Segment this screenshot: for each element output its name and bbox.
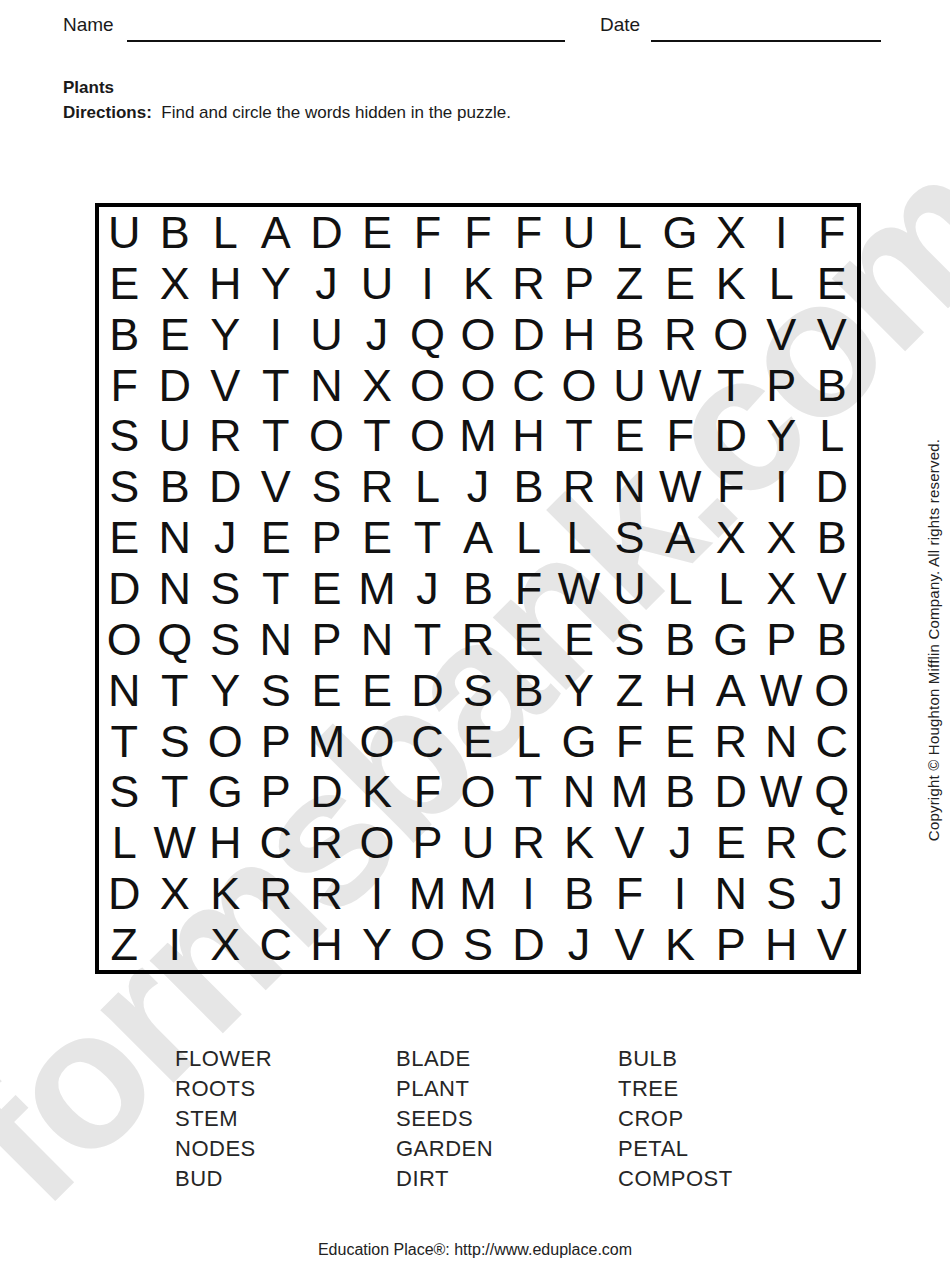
grid-cell[interactable]: Q — [806, 767, 857, 818]
grid-cell[interactable]: O — [453, 360, 504, 411]
grid-cell[interactable]: J — [352, 309, 403, 360]
grid-cell[interactable]: T — [503, 767, 554, 818]
grid-cell[interactable]: L — [756, 258, 807, 309]
grid-cell[interactable]: X — [756, 512, 807, 563]
grid-cell[interactable]: E — [99, 512, 150, 563]
grid-cell[interactable]: B — [806, 512, 857, 563]
grid-cell[interactable]: R — [301, 868, 352, 919]
grid-cell[interactable]: M — [402, 868, 453, 919]
grid-cell[interactable]: P — [705, 919, 756, 970]
grid-cell[interactable]: R — [655, 309, 706, 360]
grid-cell[interactable]: Z — [604, 258, 655, 309]
grid-cell[interactable]: O — [554, 360, 605, 411]
grid-cell[interactable]: P — [554, 258, 605, 309]
grid-cell[interactable]: F — [806, 207, 857, 258]
grid-cell[interactable]: P — [251, 767, 302, 818]
grid-cell[interactable]: R — [251, 868, 302, 919]
grid-cell[interactable]: L — [604, 207, 655, 258]
grid-cell[interactable]: V — [604, 919, 655, 970]
grid-cell[interactable]: P — [301, 512, 352, 563]
grid-cell[interactable]: B — [150, 207, 201, 258]
word-list-item: CROP — [618, 1104, 838, 1134]
grid-cell[interactable]: R — [756, 817, 807, 868]
grid-cell[interactable]: J — [301, 258, 352, 309]
grid-cell[interactable]: E — [150, 309, 201, 360]
grid-cell[interactable]: S — [604, 512, 655, 563]
word-list-item: TREE — [618, 1074, 838, 1104]
grid-cell[interactable]: G — [554, 716, 605, 767]
grid-cell[interactable]: E — [806, 258, 857, 309]
grid-cell[interactable]: W — [655, 360, 706, 411]
puzzle-title: Plants — [63, 78, 114, 98]
grid-cell[interactable]: D — [402, 665, 453, 716]
grid-cell[interactable]: H — [756, 919, 807, 970]
grid-cell[interactable]: C — [251, 817, 302, 868]
grid-cell[interactable]: D — [150, 360, 201, 411]
grid-cell[interactable]: R — [554, 461, 605, 512]
name-label: Name — [63, 14, 114, 36]
grid-cell[interactable]: V — [604, 817, 655, 868]
grid-cell[interactable]: P — [756, 614, 807, 665]
grid-cell[interactable]: E — [655, 716, 706, 767]
grid-cell[interactable]: E — [352, 207, 403, 258]
grid-cell[interactable]: S — [604, 614, 655, 665]
grid-cell[interactable]: D — [503, 309, 554, 360]
grid-cell[interactable]: Q — [402, 309, 453, 360]
grid-cell[interactable]: N — [150, 512, 201, 563]
grid-cell[interactable]: M — [453, 410, 504, 461]
grid-cell[interactable]: Y — [352, 919, 403, 970]
grid-cell[interactable]: S — [453, 919, 504, 970]
grid-cell[interactable]: L — [99, 817, 150, 868]
grid-cell[interactable]: W — [756, 767, 807, 818]
grid-cell[interactable]: F — [604, 868, 655, 919]
grid-cell[interactable]: U — [604, 360, 655, 411]
grid-cell[interactable]: Y — [554, 665, 605, 716]
grid-cell[interactable]: T — [352, 410, 403, 461]
grid-cell[interactable]: E — [453, 716, 504, 767]
grid-cell[interactable]: N — [604, 461, 655, 512]
grid-cell[interactable]: N — [554, 767, 605, 818]
grid-cell[interactable]: L — [200, 207, 251, 258]
grid-cell[interactable]: B — [806, 614, 857, 665]
grid-cell[interactable]: J — [200, 512, 251, 563]
date-field[interactable] — [651, 16, 881, 42]
word-list-item: DIRT — [396, 1164, 618, 1194]
grid-cell[interactable]: V — [756, 309, 807, 360]
grid-cell[interactable]: U — [352, 258, 403, 309]
grid-cell[interactable]: E — [604, 410, 655, 461]
grid-cell[interactable]: R — [453, 614, 504, 665]
grid-cell[interactable]: D — [705, 410, 756, 461]
grid-cell[interactable]: N — [756, 716, 807, 767]
grid-cell[interactable]: D — [301, 207, 352, 258]
grid-cell[interactable]: I — [352, 868, 403, 919]
grid-cell[interactable]: B — [503, 665, 554, 716]
grid-cell[interactable]: X — [150, 868, 201, 919]
grid-cell[interactable]: Y — [200, 309, 251, 360]
grid-cell[interactable]: T — [402, 512, 453, 563]
grid-cell[interactable]: N — [150, 563, 201, 614]
grid-cell[interactable]: S — [756, 868, 807, 919]
grid-cell[interactable]: G — [705, 614, 756, 665]
grid-cell[interactable]: T — [251, 410, 302, 461]
grid-cell[interactable]: L — [402, 461, 453, 512]
grid-cell[interactable]: S — [200, 563, 251, 614]
grid-cell[interactable]: Q — [150, 614, 201, 665]
grid-cell[interactable]: F — [705, 461, 756, 512]
grid-cell[interactable]: I — [402, 258, 453, 309]
grid-cell[interactable]: T — [554, 410, 605, 461]
word-list-item: PETAL — [618, 1134, 838, 1164]
grid-cell[interactable]: E — [352, 665, 403, 716]
grid-cell[interactable]: H — [301, 919, 352, 970]
date-label: Date — [600, 14, 640, 36]
grid-cell[interactable]: J — [806, 868, 857, 919]
grid-cell[interactable]: U — [301, 309, 352, 360]
worksheet-page: formsbank.com Name Date Plants Direction… — [0, 0, 950, 1266]
grid-cell[interactable]: S — [251, 665, 302, 716]
grid-cell[interactable]: D — [99, 563, 150, 614]
grid-cell[interactable]: P — [301, 614, 352, 665]
grid-cell[interactable]: O — [99, 614, 150, 665]
grid-cell[interactable]: Y — [251, 258, 302, 309]
grid-cell[interactable]: D — [806, 461, 857, 512]
grid-cell[interactable]: N — [352, 614, 403, 665]
grid-cell[interactable]: H — [503, 410, 554, 461]
grid-cell[interactable]: F — [402, 207, 453, 258]
grid-cell[interactable]: C — [251, 919, 302, 970]
grid-cell[interactable]: T — [99, 716, 150, 767]
grid-cell[interactable]: A — [655, 512, 706, 563]
grid-cell[interactable]: F — [402, 767, 453, 818]
word-list-item: ROOTS — [175, 1074, 396, 1104]
grid-cell[interactable]: I — [251, 309, 302, 360]
grid-cell[interactable]: N — [705, 868, 756, 919]
grid-cell[interactable]: Z — [604, 665, 655, 716]
grid-cell[interactable]: E — [352, 512, 403, 563]
grid-cell[interactable]: E — [251, 512, 302, 563]
grid-cell[interactable]: C — [806, 716, 857, 767]
word-list-item: NODES — [175, 1134, 396, 1164]
grid-cell[interactable]: X — [756, 563, 807, 614]
word-list-column: BLADEPLANTSEEDSGARDENDIRT — [396, 1044, 618, 1194]
grid-cell[interactable]: O — [402, 410, 453, 461]
grid-cell[interactable]: J — [655, 817, 706, 868]
grid-cell[interactable]: R — [503, 817, 554, 868]
grid-cell[interactable]: K — [655, 919, 706, 970]
grid-cell[interactable]: U — [99, 207, 150, 258]
word-list-item: COMPOST — [618, 1164, 838, 1194]
grid-cell[interactable]: V — [200, 360, 251, 411]
grid-cell[interactable]: F — [503, 207, 554, 258]
grid-cell[interactable]: R — [705, 716, 756, 767]
grid-cell[interactable]: U — [150, 410, 201, 461]
grid-cell[interactable]: H — [554, 309, 605, 360]
word-list-item: SEEDS — [396, 1104, 618, 1134]
grid-cell[interactable]: W — [756, 665, 807, 716]
grid-cell[interactable]: B — [453, 563, 504, 614]
grid-cell[interactable]: A — [251, 207, 302, 258]
grid-cell[interactable]: D — [705, 767, 756, 818]
grid-cell[interactable]: B — [655, 614, 706, 665]
grid-cell[interactable]: T — [705, 360, 756, 411]
grid-cell[interactable]: E — [99, 258, 150, 309]
footer-text: Education Place®: http://www.eduplace.co… — [0, 1241, 950, 1259]
grid-cell[interactable]: O — [806, 665, 857, 716]
grid-cell[interactable]: S — [150, 716, 201, 767]
grid-cell[interactable]: M — [352, 563, 403, 614]
grid-cell[interactable]: O — [200, 716, 251, 767]
grid-cell[interactable]: B — [150, 461, 201, 512]
grid-cell[interactable]: B — [806, 360, 857, 411]
grid-cell[interactable]: L — [503, 716, 554, 767]
grid-cell[interactable]: Z — [99, 919, 150, 970]
grid-cell[interactable]: O — [301, 410, 352, 461]
grid-cell[interactable]: A — [705, 665, 756, 716]
grid-cell[interactable]: F — [604, 716, 655, 767]
grid-cell[interactable]: L — [806, 410, 857, 461]
grid-cell[interactable]: R — [352, 461, 403, 512]
directions-label: Directions: — [63, 103, 157, 122]
grid-cell[interactable]: M — [453, 868, 504, 919]
grid-cell[interactable]: H — [200, 817, 251, 868]
grid-cell[interactable]: K — [705, 258, 756, 309]
grid-cell[interactable]: E — [655, 258, 706, 309]
grid-cell[interactable]: X — [705, 512, 756, 563]
grid-cell[interactable]: A — [453, 512, 504, 563]
word-list-item: BLADE — [396, 1044, 618, 1074]
name-field[interactable] — [127, 16, 565, 42]
grid-cell[interactable]: O — [352, 817, 403, 868]
grid-cell[interactable]: O — [453, 767, 504, 818]
word-list-item: BULB — [618, 1044, 838, 1074]
grid-cell[interactable]: I — [503, 868, 554, 919]
grid-cell[interactable]: B — [503, 461, 554, 512]
grid-cell[interactable]: L — [705, 563, 756, 614]
grid-cell[interactable]: D — [99, 868, 150, 919]
grid-cell[interactable]: O — [352, 716, 403, 767]
directions-text: Find and circle the words hidden in the … — [161, 103, 511, 122]
grid-cell[interactable]: D — [200, 461, 251, 512]
grid-cell[interactable]: Y — [200, 665, 251, 716]
word-list-item: BUD — [175, 1164, 396, 1194]
grid-cell[interactable]: I — [150, 919, 201, 970]
grid-cell[interactable]: T — [251, 563, 302, 614]
directions: Directions: Find and circle the words hi… — [63, 103, 511, 123]
grid-cell[interactable]: K — [453, 258, 504, 309]
word-list-item: STEM — [175, 1104, 396, 1134]
grid-cell[interactable]: U — [604, 563, 655, 614]
grid-cell[interactable]: D — [503, 919, 554, 970]
grid-cell[interactable]: C — [806, 817, 857, 868]
grid-cell[interactable]: J — [402, 563, 453, 614]
grid-cell[interactable]: B — [655, 767, 706, 818]
grid-cell[interactable]: R — [301, 817, 352, 868]
grid-cell[interactable]: S — [99, 461, 150, 512]
word-list-item: FLOWER — [175, 1044, 396, 1074]
grid-cell[interactable]: S — [99, 767, 150, 818]
grid-cell[interactable]: G — [655, 207, 706, 258]
grid-cell[interactable]: B — [554, 868, 605, 919]
grid-cell[interactable]: S — [99, 410, 150, 461]
grid-cell[interactable]: D — [301, 767, 352, 818]
grid-cell[interactable]: J — [554, 919, 605, 970]
grid-cell[interactable]: N — [99, 665, 150, 716]
grid-cell[interactable]: F — [99, 360, 150, 411]
grid-cell[interactable]: K — [554, 817, 605, 868]
word-search-grid: UBLADEFFFULGXIFEXHYJUIKRPZEKLEBEYIUJQODH… — [95, 203, 861, 974]
grid-cell[interactable]: T — [402, 614, 453, 665]
grid-cell[interactable]: E — [554, 614, 605, 665]
grid-cell[interactable]: K — [200, 868, 251, 919]
grid-cell[interactable]: L — [554, 512, 605, 563]
grid-cell[interactable]: M — [604, 767, 655, 818]
word-list-item: PLANT — [396, 1074, 618, 1104]
grid-cell[interactable]: T — [251, 360, 302, 411]
grid-cell[interactable]: U — [453, 817, 504, 868]
grid-cell[interactable]: G — [200, 767, 251, 818]
copyright-sidebar-text: Copyright © Houghton Mifflin Company. Al… — [925, 439, 942, 841]
grid-cell[interactable]: O — [402, 360, 453, 411]
word-list-column: BULBTREECROPPETALCOMPOST — [618, 1044, 838, 1194]
grid-cell[interactable]: O — [402, 919, 453, 970]
grid-cell[interactable]: F — [503, 563, 554, 614]
grid-cell[interactable]: W — [655, 461, 706, 512]
grid-cell[interactable]: K — [352, 767, 403, 818]
grid-cell[interactable]: V — [806, 563, 857, 614]
grid-cell[interactable]: H — [200, 258, 251, 309]
grid-cell[interactable]: F — [655, 410, 706, 461]
grid-cell[interactable]: L — [503, 512, 554, 563]
grid-cell[interactable]: C — [402, 716, 453, 767]
word-list: FLOWERROOTSSTEMNODESBUDBLADEPLANTSEEDSGA… — [175, 1044, 838, 1194]
grid-cell[interactable]: O — [453, 309, 504, 360]
grid-cell[interactable]: S — [453, 665, 504, 716]
grid-cell[interactable]: O — [705, 309, 756, 360]
grid-cell[interactable]: J — [453, 461, 504, 512]
grid-cell[interactable]: M — [301, 716, 352, 767]
grid-cell[interactable]: L — [655, 563, 706, 614]
grid-cell[interactable]: V — [251, 461, 302, 512]
grid-cell[interactable]: Y — [756, 410, 807, 461]
grid-cell[interactable]: S — [301, 461, 352, 512]
word-list-item: GARDEN — [396, 1134, 618, 1164]
grid-cell[interactable]: I — [655, 868, 706, 919]
grid-cell[interactable]: R — [200, 410, 251, 461]
word-list-column: FLOWERROOTSSTEMNODESBUD — [175, 1044, 396, 1194]
grid-cell[interactable]: B — [604, 309, 655, 360]
grid-cell[interactable]: P — [402, 817, 453, 868]
grid-cell[interactable]: E — [301, 563, 352, 614]
grid-cell[interactable]: P — [251, 716, 302, 767]
grid-cell[interactable]: I — [756, 461, 807, 512]
grid-cell[interactable]: E — [301, 665, 352, 716]
grid-cell[interactable]: X — [352, 360, 403, 411]
grid-cell[interactable]: E — [503, 614, 554, 665]
grid-cell[interactable]: S — [200, 614, 251, 665]
grid-cell[interactable]: C — [503, 360, 554, 411]
grid-cell[interactable]: T — [150, 665, 201, 716]
grid-cell[interactable]: P — [756, 360, 807, 411]
grid-cell[interactable]: H — [655, 665, 706, 716]
grid-cell[interactable]: W — [554, 563, 605, 614]
grid-cell[interactable]: V — [806, 309, 857, 360]
grid-cell[interactable]: X — [200, 919, 251, 970]
grid-cell[interactable]: R — [503, 258, 554, 309]
grid-cell[interactable]: I — [756, 207, 807, 258]
grid-cell[interactable]: W — [150, 817, 201, 868]
grid-cell[interactable]: U — [554, 207, 605, 258]
grid-cell[interactable]: V — [806, 919, 857, 970]
grid-cell[interactable]: B — [99, 309, 150, 360]
grid-cell[interactable]: X — [705, 207, 756, 258]
grid-cell[interactable]: N — [251, 614, 302, 665]
grid-cell[interactable]: E — [705, 817, 756, 868]
grid-cell[interactable]: N — [301, 360, 352, 411]
grid-cell[interactable]: X — [150, 258, 201, 309]
grid-cell[interactable]: T — [150, 767, 201, 818]
grid-cell[interactable]: F — [453, 207, 504, 258]
